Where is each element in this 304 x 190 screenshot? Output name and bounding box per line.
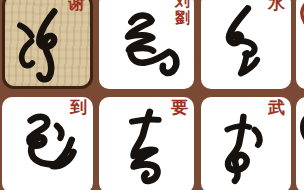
tile-shui[interactable]: 水 [201,0,291,89]
cursive-glyph-yao [105,101,191,189]
cursive-glyph-shui [205,0,287,83]
tile-partial-top[interactable] [296,0,304,89]
cursive-glyph-dao [6,103,92,187]
tile-liu[interactable]: 刘 劉 [99,0,194,89]
partial-ink-fragment [297,113,304,143]
tile-dao[interactable]: 到 [2,97,93,190]
calligraphy-grid: 谢 刘 劉 水 到 [0,0,304,190]
cursive-glyph-xie [7,0,91,86]
tile-wu[interactable]: 武 [201,97,291,190]
cursive-glyph-liu [105,1,191,85]
tile-xie[interactable]: 谢 [2,0,93,89]
partial-red-label-fragment [297,1,304,27]
tile-yao[interactable]: 要 [99,97,194,190]
tile-partial-bottom[interactable] [296,97,304,190]
cursive-glyph-wu [205,101,287,189]
